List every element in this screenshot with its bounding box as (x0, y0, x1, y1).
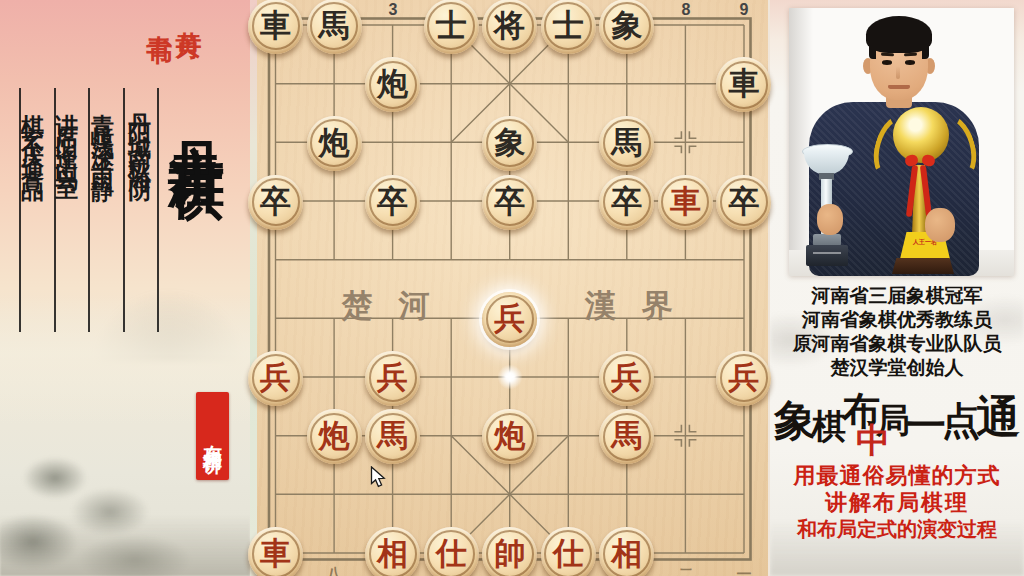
last-move-origin-sparkle: ✦ (497, 364, 523, 390)
piece-character: 象 (494, 127, 525, 158)
presenter-sideburn (922, 44, 929, 59)
piece-red-chariot[interactable]: 車 (658, 175, 713, 230)
piece-character: 象 (611, 10, 642, 41)
piece-red-horse[interactable]: 馬 (365, 409, 420, 464)
file-label-8: 8 (677, 1, 695, 19)
file-label-red-8: 八 (325, 565, 343, 576)
piece-character: 卒 (377, 186, 408, 217)
piece-character: 炮 (377, 68, 408, 99)
presenter-eye (905, 60, 915, 65)
left-banner-panel: 青书 黄丹 丹青讲棋 棋玄不厌通高品 讲席旧逢山鸟至 青嶂浅深当雨静 丹阳城南秋… (0, 0, 250, 576)
piece-character: 炮 (319, 127, 350, 158)
poem-column-2: 青嶂浅深当雨静 (91, 95, 114, 335)
piece-red-pawn[interactable]: 兵 (599, 351, 654, 406)
file-label-9: 9 (735, 1, 753, 19)
ink-shore-art (0, 515, 250, 576)
book-title-char: 一 (906, 406, 946, 446)
piece-red-advisor[interactable]: 仕 (424, 527, 479, 576)
seal-stamp-right: 黄丹 (175, 11, 201, 17)
presenter-mouth (888, 85, 910, 89)
piece-red-pawn[interactable]: 兵 (716, 351, 771, 406)
piece-character: 馬 (611, 127, 642, 158)
piece-character: 馬 (377, 420, 408, 451)
presenter-hand (925, 208, 955, 242)
book-title-char: 象 (774, 400, 816, 442)
piece-black-cannon[interactable]: 炮 (365, 57, 420, 112)
river-text-chu: 楚 河 (305, 285, 475, 327)
piece-character: 兵 (260, 362, 291, 393)
piece-black-cannon[interactable]: 炮 (307, 116, 362, 171)
crystal-trophy-engraving (813, 252, 841, 254)
video-frame: 青书 黄丹 丹青讲棋 棋玄不厌通高品 讲席旧逢山鸟至 青嶂浅深当雨静 丹阳城南秋… (0, 0, 1024, 576)
river-text-han: 漢 界 (548, 285, 718, 327)
piece-black-elephant[interactable]: 象 (482, 116, 537, 171)
poem-column-4: 棋玄不厌通高品 (21, 95, 44, 335)
piece-red-chariot[interactable]: 車 (248, 527, 303, 576)
piece-character: 帥 (494, 538, 525, 569)
credential-line: 河南省象棋优秀教练员 (770, 308, 1024, 332)
presenter-sideburn (869, 44, 876, 59)
book-title-char: 点 (942, 402, 980, 440)
channel-title-vertical: 丹青讲棋 (169, 96, 225, 366)
piece-character: 炮 (319, 420, 350, 451)
piece-red-cannon[interactable]: 炮 (307, 409, 362, 464)
slogan-line: 讲解布局棋理 (770, 489, 1024, 516)
book-title-char: 棋 (812, 410, 846, 444)
xiangqi-board[interactable]: 3 8 9 八 二 一 楚 河 漢 界 車馬士将士象炮車炮象馬卒卒卒卒卒車兵兵兵… (250, 0, 770, 576)
piece-character: 卒 (260, 186, 291, 217)
piece-black-advisor[interactable]: 士 (541, 0, 596, 54)
piece-black-pawn[interactable]: 卒 (248, 175, 303, 230)
poem-column-1: 丹阳城南秋海阴 (128, 95, 151, 335)
piece-character: 兵 (728, 362, 759, 393)
mouse-cursor (370, 466, 390, 488)
piece-black-horse[interactable]: 馬 (307, 0, 362, 54)
piece-black-general[interactable]: 将 (482, 0, 537, 54)
piece-red-pawn[interactable]: 兵 (248, 351, 303, 406)
piece-black-pawn[interactable]: 卒 (482, 175, 537, 230)
piece-character: 仕 (436, 538, 467, 569)
poem-divider-line (123, 88, 125, 332)
book-title: 象 棋 布 局 一 点 通 中 (770, 394, 1024, 458)
piece-black-pawn[interactable]: 卒 (599, 175, 654, 230)
red-ribbon-bow (905, 153, 935, 168)
piece-black-pawn[interactable]: 卒 (365, 175, 420, 230)
piece-character: 兵 (377, 362, 408, 393)
piece-red-pawn[interactable]: 兵 (482, 292, 537, 347)
credential-line: 原河南省象棋专业队队员 (770, 332, 1024, 356)
promo-slogans: 用最通俗易懂的方式 讲解布局棋理 和布局定式的演变过程 (770, 462, 1024, 543)
piece-black-advisor[interactable]: 士 (424, 0, 479, 54)
file-label-red-1: 一 (735, 565, 753, 576)
piece-black-elephant[interactable]: 象 (599, 0, 654, 54)
presenter-hand (817, 204, 843, 235)
poem-column-3: 讲席旧逢山鸟至 (55, 95, 78, 335)
file-label-3: 3 (384, 1, 402, 19)
piece-character: 士 (436, 10, 467, 41)
piece-character: 馬 (611, 420, 642, 451)
gold-trophy-base (892, 258, 954, 274)
seal-stamp-left: 青书 (146, 15, 172, 21)
piece-black-horse[interactable]: 馬 (599, 116, 654, 171)
piece-character: 相 (377, 538, 408, 569)
piece-character: 車 (260, 10, 291, 41)
presenter-photo: 人王一名 (789, 8, 1014, 276)
piece-red-pawn[interactable]: 兵 (365, 351, 420, 406)
right-promo-panel: 人王一名 河南省三届象棋冠军 河南省象棋优秀教练员 原河南省象棋专业队队员 楚汉… (770, 0, 1024, 576)
piece-black-chariot[interactable]: 車 (248, 0, 303, 54)
slogan-line: 和布局定式的演变过程 (770, 516, 1024, 543)
piece-character: 仕 (553, 538, 584, 569)
piece-character: 相 (611, 538, 642, 569)
piece-character: 兵 (494, 303, 525, 334)
piece-red-advisor[interactable]: 仕 (541, 527, 596, 576)
presenter-credentials: 河南省三届象棋冠军 河南省象棋优秀教练员 原河南省象棋专业队队员 楚汉学堂创始人 (770, 284, 1024, 380)
credential-line: 楚汉学堂创始人 (770, 356, 1024, 380)
book-title-accent-char: 中 (856, 424, 890, 458)
file-label-red-2: 二 (677, 565, 695, 576)
credential-line: 河南省三届象棋冠军 (770, 284, 1024, 308)
piece-character: 卒 (494, 186, 525, 217)
series-badge: 布局精讲 (196, 392, 229, 480)
book-title-char: 通 (976, 396, 1020, 440)
piece-character: 士 (553, 10, 584, 41)
piece-character: 車 (260, 538, 291, 569)
presenter-nose (896, 66, 900, 79)
piece-character: 卒 (728, 186, 759, 217)
piece-character: 将 (494, 10, 525, 41)
presenter-eye (882, 60, 892, 65)
piece-black-pawn[interactable]: 卒 (716, 175, 771, 230)
piece-character: 炮 (494, 420, 525, 451)
piece-character: 兵 (611, 362, 642, 393)
crystal-trophy-base (806, 245, 848, 266)
piece-character: 馬 (319, 10, 350, 41)
piece-character: 車 (670, 186, 701, 217)
poem-divider-line (157, 88, 159, 332)
slogan-line: 用最通俗易懂的方式 (770, 462, 1024, 489)
piece-character: 車 (728, 68, 759, 99)
piece-character: 卒 (611, 186, 642, 217)
